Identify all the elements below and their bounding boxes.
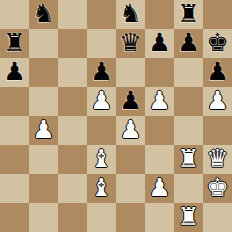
square-f2[interactable]: ♟ xyxy=(145,174,174,203)
square-b5[interactable] xyxy=(29,87,58,116)
square-d6[interactable]: ♟ xyxy=(87,58,116,87)
black-king[interactable]: ♚ xyxy=(206,29,228,57)
square-d7[interactable] xyxy=(87,29,116,58)
square-f7[interactable]: ♟ xyxy=(145,29,174,58)
square-d4[interactable] xyxy=(87,116,116,145)
chess-board: ♞♞♜♜♛♟♟♚♟♟♟♟♟♟♟♟♟♝♜♛♝♟♚♜ xyxy=(0,0,232,232)
square-b7[interactable] xyxy=(29,29,58,58)
black-knight[interactable]: ♞ xyxy=(32,0,54,28)
square-b2[interactable] xyxy=(29,174,58,203)
square-f5[interactable]: ♟ xyxy=(145,87,174,116)
square-h8[interactable] xyxy=(203,0,232,29)
square-a2[interactable] xyxy=(0,174,29,203)
square-h4[interactable] xyxy=(203,116,232,145)
black-queen[interactable]: ♛ xyxy=(119,29,141,57)
square-c4[interactable] xyxy=(58,116,87,145)
square-a7[interactable]: ♜ xyxy=(0,29,29,58)
square-c6[interactable] xyxy=(58,58,87,87)
square-e1[interactable] xyxy=(116,203,145,232)
square-c8[interactable] xyxy=(58,0,87,29)
square-d3[interactable]: ♝ xyxy=(87,145,116,174)
square-g1[interactable]: ♜ xyxy=(174,203,203,232)
square-h1[interactable] xyxy=(203,203,232,232)
white-rook[interactable]: ♜ xyxy=(177,203,199,231)
square-c7[interactable] xyxy=(58,29,87,58)
square-g3[interactable]: ♜ xyxy=(174,145,203,174)
square-h7[interactable]: ♚ xyxy=(203,29,232,58)
square-a1[interactable] xyxy=(0,203,29,232)
white-king[interactable]: ♚ xyxy=(206,174,228,202)
square-a4[interactable] xyxy=(0,116,29,145)
black-pawn[interactable]: ♟ xyxy=(119,87,141,115)
square-b6[interactable] xyxy=(29,58,58,87)
square-g5[interactable] xyxy=(174,87,203,116)
white-pawn[interactable]: ♟ xyxy=(32,116,54,144)
square-g8[interactable]: ♜ xyxy=(174,0,203,29)
white-queen[interactable]: ♛ xyxy=(206,145,228,173)
square-e3[interactable] xyxy=(116,145,145,174)
square-c1[interactable] xyxy=(58,203,87,232)
square-c2[interactable] xyxy=(58,174,87,203)
square-d5[interactable]: ♟ xyxy=(87,87,116,116)
white-pawn[interactable]: ♟ xyxy=(206,87,228,115)
square-d2[interactable]: ♝ xyxy=(87,174,116,203)
square-e2[interactable] xyxy=(116,174,145,203)
square-g4[interactable] xyxy=(174,116,203,145)
black-pawn[interactable]: ♟ xyxy=(206,58,228,86)
square-e6[interactable] xyxy=(116,58,145,87)
square-a3[interactable] xyxy=(0,145,29,174)
square-c5[interactable] xyxy=(58,87,87,116)
square-d1[interactable] xyxy=(87,203,116,232)
white-rook[interactable]: ♜ xyxy=(177,145,199,173)
square-h5[interactable]: ♟ xyxy=(203,87,232,116)
square-d8[interactable] xyxy=(87,0,116,29)
square-a5[interactable] xyxy=(0,87,29,116)
black-rook[interactable]: ♜ xyxy=(3,29,25,57)
square-b3[interactable] xyxy=(29,145,58,174)
square-f8[interactable] xyxy=(145,0,174,29)
square-h3[interactable]: ♛ xyxy=(203,145,232,174)
square-b1[interactable] xyxy=(29,203,58,232)
square-f4[interactable] xyxy=(145,116,174,145)
square-g2[interactable] xyxy=(174,174,203,203)
square-f1[interactable] xyxy=(145,203,174,232)
square-h6[interactable]: ♟ xyxy=(203,58,232,87)
square-c3[interactable] xyxy=(58,145,87,174)
square-e7[interactable]: ♛ xyxy=(116,29,145,58)
black-pawn[interactable]: ♟ xyxy=(3,58,25,86)
white-pawn[interactable]: ♟ xyxy=(148,87,170,115)
square-e4[interactable]: ♟ xyxy=(116,116,145,145)
square-f6[interactable] xyxy=(145,58,174,87)
square-a8[interactable] xyxy=(0,0,29,29)
white-pawn[interactable]: ♟ xyxy=(90,87,112,115)
square-a6[interactable]: ♟ xyxy=(0,58,29,87)
square-b8[interactable]: ♞ xyxy=(29,0,58,29)
black-pawn[interactable]: ♟ xyxy=(90,58,112,86)
square-h2[interactable]: ♚ xyxy=(203,174,232,203)
black-knight[interactable]: ♞ xyxy=(119,0,141,28)
white-pawn[interactable]: ♟ xyxy=(148,174,170,202)
square-e5[interactable]: ♟ xyxy=(116,87,145,116)
square-g7[interactable]: ♟ xyxy=(174,29,203,58)
square-f3[interactable] xyxy=(145,145,174,174)
white-pawn[interactable]: ♟ xyxy=(119,116,141,144)
square-g6[interactable] xyxy=(174,58,203,87)
black-pawn[interactable]: ♟ xyxy=(177,29,199,57)
black-rook[interactable]: ♜ xyxy=(177,0,199,28)
square-b4[interactable]: ♟ xyxy=(29,116,58,145)
white-bishop[interactable]: ♝ xyxy=(90,174,112,202)
square-e8[interactable]: ♞ xyxy=(116,0,145,29)
black-pawn[interactable]: ♟ xyxy=(148,29,170,57)
white-bishop[interactable]: ♝ xyxy=(90,145,112,173)
